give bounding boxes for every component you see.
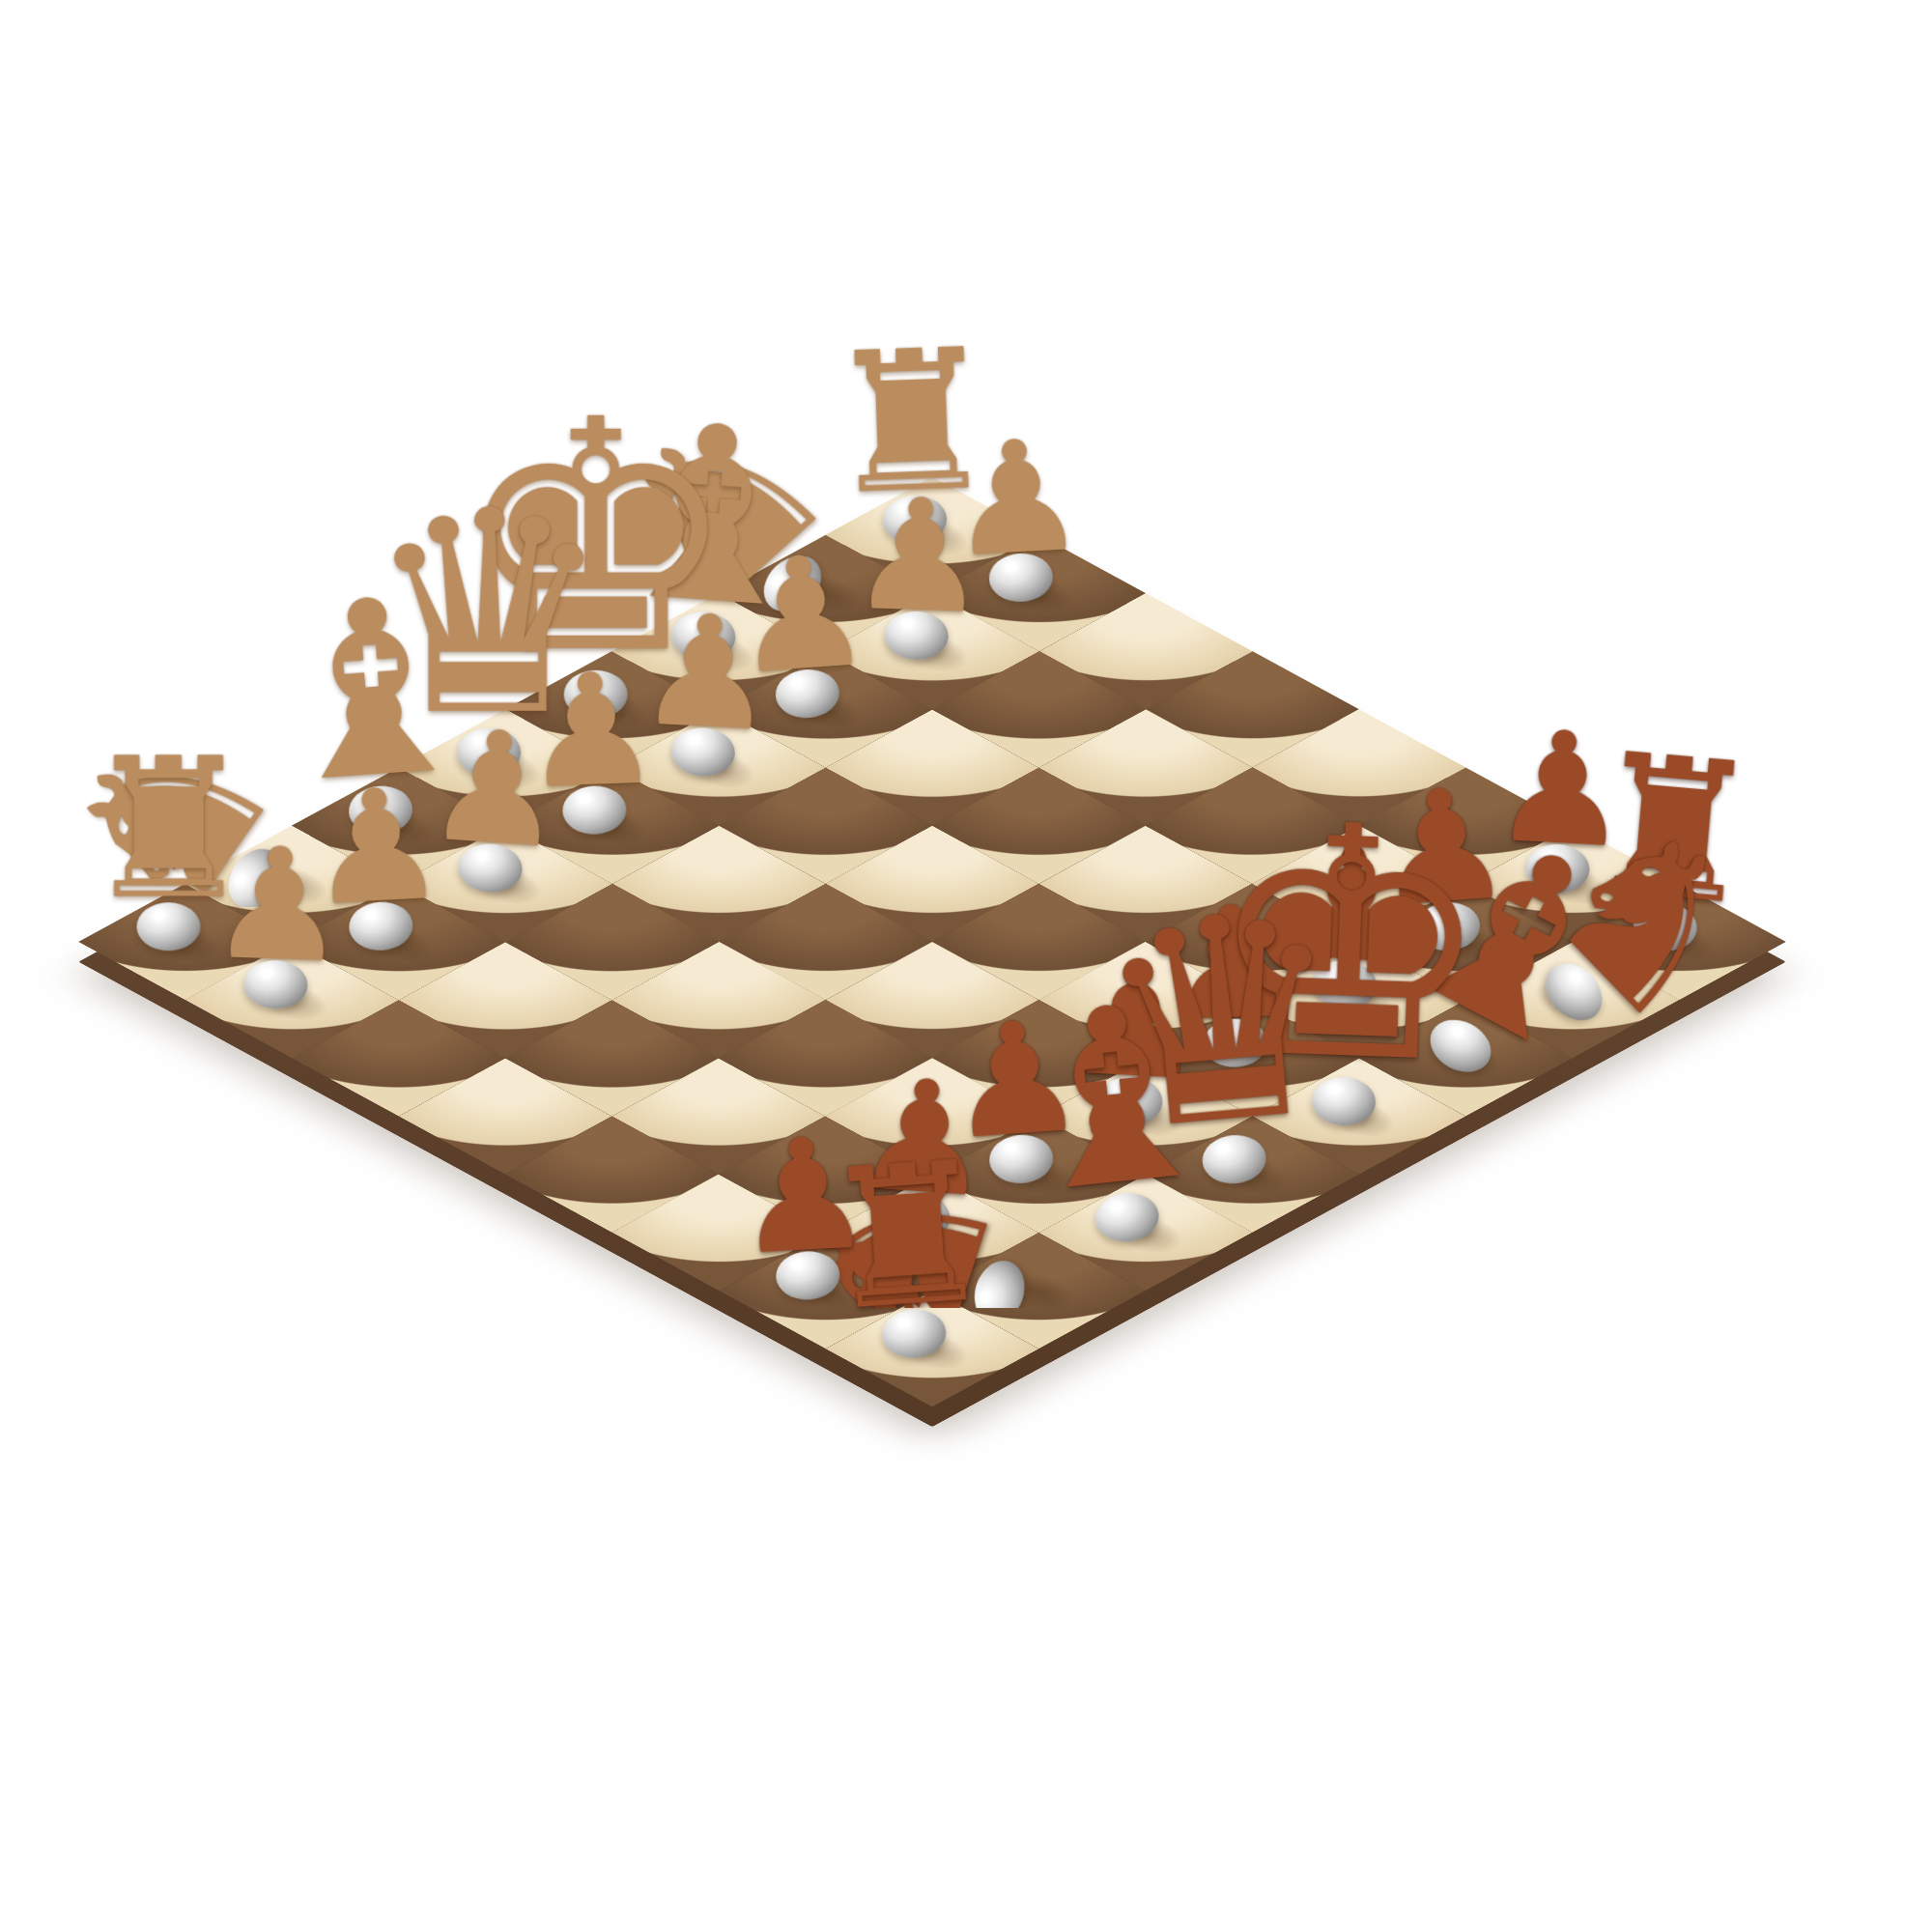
piece-body: ♜ (727, 1135, 1089, 1370)
chess-board-scene: ♜♞♟♝♟♚♟♛♟♝♟♞♟♟♜♟♟♜♟♟♞♟♝♟♚♟♛♟♝♟♞♜ (78, 477, 1786, 1407)
white-pawn-glyph: ♟ (208, 832, 351, 979)
black-rook-glyph: ♜ (814, 1142, 1000, 1331)
chess-board: ♜♞♟♝♟♚♟♛♟♝♟♞♟♟♜♟♟♜♟♟♞♟♝♟♚♟♛♟♝♟♞♜ (78, 477, 1786, 1407)
piece-body: ♟ (101, 828, 455, 1015)
